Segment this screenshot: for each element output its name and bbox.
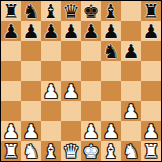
square-a2[interactable]: ♟: [1, 121, 21, 141]
square-g6[interactable]: ♟: [121, 41, 141, 61]
square-b3[interactable]: [21, 101, 41, 121]
white-king-e1[interactable]: ♚: [82, 141, 99, 161]
square-h1[interactable]: ♜: [141, 141, 161, 161]
white-pawn-b2[interactable]: ♟: [22, 121, 39, 141]
square-h5[interactable]: [141, 61, 161, 81]
square-c4[interactable]: ♟: [41, 81, 61, 101]
square-f7[interactable]: ♟: [101, 21, 121, 41]
square-b6[interactable]: [21, 41, 41, 61]
square-c1[interactable]: ♝: [41, 141, 61, 161]
square-b4[interactable]: [21, 81, 41, 101]
square-c3[interactable]: [41, 101, 61, 121]
square-g8[interactable]: [121, 1, 141, 21]
white-knight-g1[interactable]: ♞: [122, 141, 139, 161]
square-c2[interactable]: [41, 121, 61, 141]
square-d7[interactable]: ♟: [61, 21, 81, 41]
white-pawn-g3[interactable]: ♟: [122, 101, 139, 121]
square-e2[interactable]: ♟: [81, 121, 101, 141]
square-g3[interactable]: ♟: [121, 101, 141, 121]
black-queen-d8[interactable]: ♛: [62, 1, 79, 21]
white-pawn-e2[interactable]: ♟: [82, 121, 99, 141]
square-h7[interactable]: ♟: [141, 21, 161, 41]
black-pawn-f7[interactable]: ♟: [102, 21, 119, 41]
square-g5[interactable]: [121, 61, 141, 81]
square-f2[interactable]: ♟: [101, 121, 121, 141]
square-a1[interactable]: ♜: [1, 141, 21, 161]
black-pawn-e7[interactable]: ♟: [82, 21, 99, 41]
white-pawn-h2[interactable]: ♟: [142, 121, 159, 141]
white-pawn-a2[interactable]: ♟: [2, 121, 19, 141]
white-rook-h1[interactable]: ♜: [142, 141, 159, 161]
white-pawn-f2[interactable]: ♟: [102, 121, 119, 141]
square-a6[interactable]: [1, 41, 21, 61]
black-king-e8[interactable]: ♚: [82, 1, 99, 21]
square-a8[interactable]: ♜: [1, 1, 21, 21]
square-h6[interactable]: [141, 41, 161, 61]
chess-board: ♜♞♝♛♚♝♜♟♟♟♟♟♟♟♞♟♟♟♟♟♟♟♟♟♜♞♝♛♚♝♞♜: [0, 0, 162, 162]
square-a7[interactable]: ♟: [1, 21, 21, 41]
square-g7[interactable]: [121, 21, 141, 41]
square-f8[interactable]: ♝: [101, 1, 121, 21]
white-pawn-c4[interactable]: ♟: [42, 81, 59, 101]
square-a5[interactable]: [1, 61, 21, 81]
square-e4[interactable]: [81, 81, 101, 101]
square-f5[interactable]: [101, 61, 121, 81]
square-a4[interactable]: [1, 81, 21, 101]
black-pawn-a7[interactable]: ♟: [2, 21, 19, 41]
black-rook-h8[interactable]: ♜: [142, 1, 159, 21]
square-h3[interactable]: [141, 101, 161, 121]
square-b7[interactable]: ♟: [21, 21, 41, 41]
square-c5[interactable]: [41, 61, 61, 81]
white-knight-b1[interactable]: ♞: [22, 141, 39, 161]
square-h4[interactable]: [141, 81, 161, 101]
square-g4[interactable]: [121, 81, 141, 101]
black-pawn-b7[interactable]: ♟: [22, 21, 39, 41]
square-a3[interactable]: [1, 101, 21, 121]
black-knight-b8[interactable]: ♞: [22, 1, 39, 21]
black-bishop-f8[interactable]: ♝: [102, 1, 119, 21]
black-pawn-d7[interactable]: ♟: [62, 21, 79, 41]
black-bishop-c8[interactable]: ♝: [42, 1, 59, 21]
square-e6[interactable]: [81, 41, 101, 61]
square-b2[interactable]: ♟: [21, 121, 41, 141]
square-f3[interactable]: [101, 101, 121, 121]
square-d5[interactable]: [61, 61, 81, 81]
black-pawn-h7[interactable]: ♟: [142, 21, 159, 41]
white-bishop-c1[interactable]: ♝: [42, 141, 59, 161]
square-e1[interactable]: ♚: [81, 141, 101, 161]
square-c6[interactable]: [41, 41, 61, 61]
black-pawn-g6[interactable]: ♟: [122, 41, 139, 61]
square-d2[interactable]: [61, 121, 81, 141]
square-e5[interactable]: [81, 61, 101, 81]
square-c7[interactable]: ♟: [41, 21, 61, 41]
square-f4[interactable]: [101, 81, 121, 101]
square-d3[interactable]: [61, 101, 81, 121]
black-pawn-c7[interactable]: ♟: [42, 21, 59, 41]
square-e7[interactable]: ♟: [81, 21, 101, 41]
square-b5[interactable]: [21, 61, 41, 81]
white-rook-a1[interactable]: ♜: [2, 141, 19, 161]
white-bishop-f1[interactable]: ♝: [102, 141, 119, 161]
white-pawn-d4[interactable]: ♟: [62, 81, 79, 101]
square-d6[interactable]: [61, 41, 81, 61]
black-knight-f6[interactable]: ♞: [102, 41, 119, 61]
square-g1[interactable]: ♞: [121, 141, 141, 161]
square-e3[interactable]: [81, 101, 101, 121]
square-h2[interactable]: ♟: [141, 121, 161, 141]
square-e8[interactable]: ♚: [81, 1, 101, 21]
square-f6[interactable]: ♞: [101, 41, 121, 61]
square-b8[interactable]: ♞: [21, 1, 41, 21]
square-b1[interactable]: ♞: [21, 141, 41, 161]
square-h8[interactable]: ♜: [141, 1, 161, 21]
square-c8[interactable]: ♝: [41, 1, 61, 21]
square-g2[interactable]: [121, 121, 141, 141]
white-queen-d1[interactable]: ♛: [62, 141, 79, 161]
square-d1[interactable]: ♛: [61, 141, 81, 161]
square-f1[interactable]: ♝: [101, 141, 121, 161]
square-d4[interactable]: ♟: [61, 81, 81, 101]
black-rook-a8[interactable]: ♜: [2, 1, 19, 21]
square-d8[interactable]: ♛: [61, 1, 81, 21]
